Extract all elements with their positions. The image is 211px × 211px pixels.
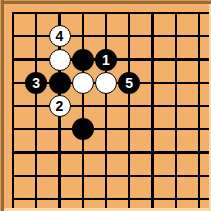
board-grid: 41352 [1, 1, 210, 210]
stone-number: 3 [32, 76, 40, 90]
stone-white-move-4: 4 [49, 25, 71, 47]
stone-black [72, 118, 94, 140]
stone-black-move-5: 5 [118, 72, 140, 94]
stone-black [49, 72, 71, 94]
stone-white [95, 72, 117, 94]
stone-white-move-2: 2 [49, 95, 71, 117]
stone-black [72, 49, 94, 71]
stone-number: 1 [102, 53, 110, 67]
stone-number: 2 [56, 99, 64, 113]
stone-number: 5 [125, 76, 133, 90]
stone-white [72, 72, 94, 94]
stone-white [49, 49, 71, 71]
stone-black-move-1: 1 [95, 49, 117, 71]
stone-number: 4 [56, 29, 64, 43]
stone-black-move-3: 3 [25, 72, 47, 94]
go-board-diagram: 41352 [0, 0, 211, 211]
